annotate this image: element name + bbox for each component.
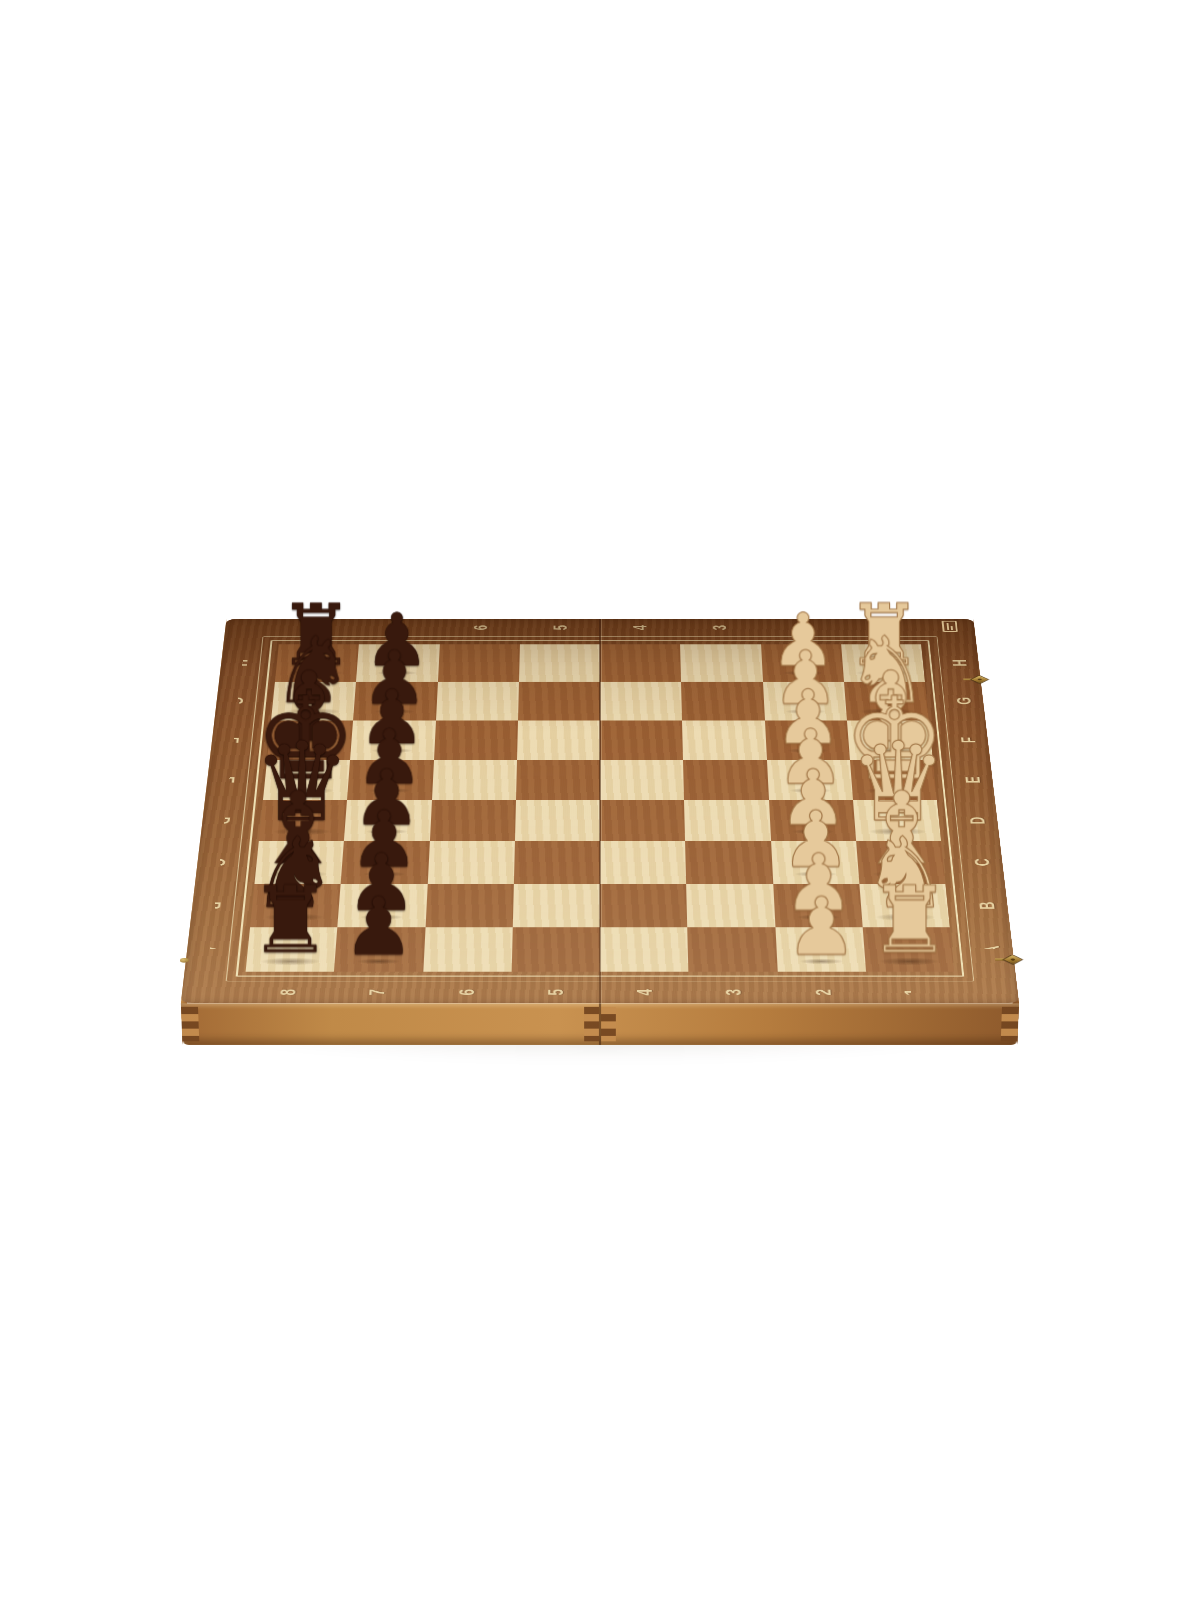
white-pawn-a2: ♟ xyxy=(785,889,857,965)
piece-cell xyxy=(518,682,600,720)
piece-cell xyxy=(686,884,775,927)
clasp-stem xyxy=(995,958,1008,960)
clasp-diamond xyxy=(1003,954,1024,965)
piece-cell xyxy=(600,760,684,800)
board-front-side-face xyxy=(181,1003,1019,1045)
piece-cell xyxy=(683,760,768,800)
piece-cell xyxy=(429,800,515,841)
piece-cell xyxy=(681,682,764,720)
piece-cell xyxy=(684,800,770,841)
finger-joint-centre xyxy=(601,1007,616,1041)
piece-cell xyxy=(423,927,513,972)
finger-joint-right xyxy=(1001,1007,1019,1041)
white-rook-a1: ♜ xyxy=(868,877,951,965)
piece-cell xyxy=(515,800,600,841)
piece-cell xyxy=(600,927,689,972)
finger-joint-centre xyxy=(584,1007,599,1041)
piece-cell: ♜ xyxy=(862,927,954,972)
piece-cell xyxy=(519,644,600,682)
piece-cell xyxy=(516,760,600,800)
brand-stamp-icon xyxy=(942,621,958,632)
piece-cell xyxy=(511,927,600,972)
piece-cell xyxy=(436,682,519,720)
black-rook-a8: ♜ xyxy=(249,877,332,965)
piece-cell xyxy=(513,884,600,927)
piece-cell: ♜ xyxy=(246,927,338,972)
piece-cell: ♟ xyxy=(334,927,425,972)
piece-cell xyxy=(687,927,777,972)
piece-cell: ♟ xyxy=(775,927,866,972)
piece-cell xyxy=(600,884,687,927)
product-photo-scene: 87654321 87654321 HGFEDCBA HGFEDCBA ♜♟♟♜… xyxy=(0,0,1200,1600)
black-pawn-a7: ♟ xyxy=(343,889,415,965)
clasp-diamond xyxy=(970,675,989,684)
piece-cell xyxy=(425,884,514,927)
finger-joint-left xyxy=(181,1007,199,1041)
fold-seam-front xyxy=(599,1003,601,1045)
piece-cell xyxy=(600,800,685,841)
piece-cell xyxy=(600,644,681,682)
chess-board: 87654321 87654321 HGFEDCBA HGFEDCBA ♜♟♟♜… xyxy=(181,619,1019,1003)
piece-cell xyxy=(437,644,519,682)
piece-cell xyxy=(432,760,517,800)
piece-cell xyxy=(680,644,762,682)
piece-cell xyxy=(600,682,682,720)
